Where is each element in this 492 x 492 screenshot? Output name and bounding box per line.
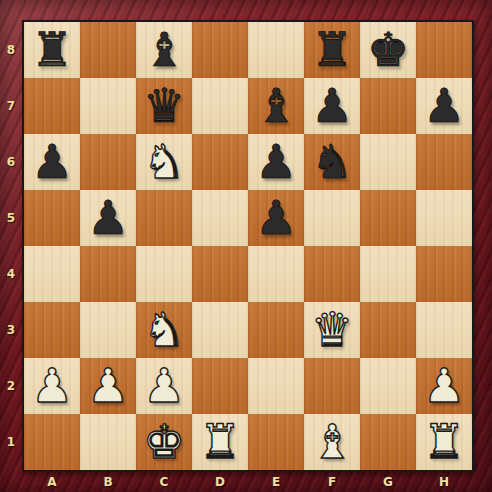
black-pawn[interactable]: ♟	[255, 134, 297, 190]
file-label-e: E	[248, 472, 304, 492]
square-d7[interactable]	[192, 78, 248, 134]
square-g4[interactable]	[360, 246, 416, 302]
black-pawn[interactable]: ♟	[255, 190, 297, 246]
square-b7[interactable]	[80, 78, 136, 134]
square-a7[interactable]	[24, 78, 80, 134]
black-pawn[interactable]: ♟	[423, 78, 465, 134]
white-knight[interactable]: ♞	[143, 302, 185, 358]
square-e8[interactable]	[248, 22, 304, 78]
file-label-b: B	[80, 472, 136, 492]
black-pawn[interactable]: ♟	[87, 190, 129, 246]
square-c4[interactable]	[136, 246, 192, 302]
square-f3[interactable]: ♛	[304, 302, 360, 358]
rank-label-8: 8	[0, 22, 22, 78]
square-f7[interactable]: ♟	[304, 78, 360, 134]
square-h3[interactable]	[416, 302, 472, 358]
file-labels: ABCDEFGH	[24, 472, 472, 492]
rank-label-5: 5	[0, 190, 22, 246]
rank-label-4: 4	[0, 246, 22, 302]
square-e3[interactable]	[248, 302, 304, 358]
square-f1[interactable]: ♝	[304, 414, 360, 470]
square-c7[interactable]: ♛	[136, 78, 192, 134]
rank-label-7: 7	[0, 78, 22, 134]
square-c5[interactable]	[136, 190, 192, 246]
square-f5[interactable]	[304, 190, 360, 246]
square-d4[interactable]	[192, 246, 248, 302]
square-f8[interactable]: ♜	[304, 22, 360, 78]
file-label-g: G	[360, 472, 416, 492]
white-pawn[interactable]: ♟	[31, 358, 73, 414]
square-f4[interactable]	[304, 246, 360, 302]
chess-board-frame: ♜♝♜♚♛♝♟♟♟♞♟♞♟♟♞♛♟♟♟♟♚♜♝♜ 87654321 ABCDEF…	[0, 0, 492, 492]
square-c3[interactable]: ♞	[136, 302, 192, 358]
square-a5[interactable]	[24, 190, 80, 246]
square-d6[interactable]	[192, 134, 248, 190]
square-a2[interactable]: ♟	[24, 358, 80, 414]
file-label-h: H	[416, 472, 472, 492]
square-d2[interactable]	[192, 358, 248, 414]
black-king[interactable]: ♚	[367, 22, 409, 78]
white-bishop[interactable]: ♝	[311, 414, 353, 470]
black-knight[interactable]: ♞	[311, 134, 353, 190]
square-d8[interactable]	[192, 22, 248, 78]
black-queen[interactable]: ♛	[143, 78, 185, 134]
square-e6[interactable]: ♟	[248, 134, 304, 190]
square-e7[interactable]: ♝	[248, 78, 304, 134]
square-g2[interactable]	[360, 358, 416, 414]
square-h7[interactable]: ♟	[416, 78, 472, 134]
file-label-d: D	[192, 472, 248, 492]
square-a6[interactable]: ♟	[24, 134, 80, 190]
square-h4[interactable]	[416, 246, 472, 302]
white-pawn[interactable]: ♟	[143, 358, 185, 414]
black-pawn[interactable]: ♟	[311, 78, 353, 134]
white-pawn[interactable]: ♟	[87, 358, 129, 414]
square-d3[interactable]	[192, 302, 248, 358]
white-queen[interactable]: ♛	[311, 302, 353, 358]
square-b4[interactable]	[80, 246, 136, 302]
square-a3[interactable]	[24, 302, 80, 358]
square-f6[interactable]: ♞	[304, 134, 360, 190]
file-label-a: A	[24, 472, 80, 492]
white-knight[interactable]: ♞	[143, 134, 185, 190]
black-bishop[interactable]: ♝	[255, 78, 297, 134]
square-g1[interactable]	[360, 414, 416, 470]
square-c1[interactable]: ♚	[136, 414, 192, 470]
chess-board: ♜♝♜♚♛♝♟♟♟♞♟♞♟♟♞♛♟♟♟♟♚♜♝♜	[22, 20, 474, 472]
square-b6[interactable]	[80, 134, 136, 190]
square-b5[interactable]: ♟	[80, 190, 136, 246]
white-king[interactable]: ♚	[143, 414, 185, 470]
square-g8[interactable]: ♚	[360, 22, 416, 78]
file-label-f: F	[304, 472, 360, 492]
white-pawn[interactable]: ♟	[423, 358, 465, 414]
rank-labels: 87654321	[0, 22, 22, 470]
square-e4[interactable]	[248, 246, 304, 302]
square-e1[interactable]	[248, 414, 304, 470]
square-h2[interactable]: ♟	[416, 358, 472, 414]
square-g7[interactable]	[360, 78, 416, 134]
square-h6[interactable]	[416, 134, 472, 190]
square-c6[interactable]: ♞	[136, 134, 192, 190]
square-c8[interactable]: ♝	[136, 22, 192, 78]
square-h1[interactable]: ♜	[416, 414, 472, 470]
square-b1[interactable]	[80, 414, 136, 470]
rank-label-6: 6	[0, 134, 22, 190]
square-g6[interactable]	[360, 134, 416, 190]
black-pawn[interactable]: ♟	[31, 134, 73, 190]
square-e2[interactable]	[248, 358, 304, 414]
square-f2[interactable]	[304, 358, 360, 414]
rank-label-2: 2	[0, 358, 22, 414]
square-h5[interactable]	[416, 190, 472, 246]
square-c2[interactable]: ♟	[136, 358, 192, 414]
square-d1[interactable]: ♜	[192, 414, 248, 470]
white-rook[interactable]: ♜	[423, 414, 465, 470]
file-label-c: C	[136, 472, 192, 492]
square-a4[interactable]	[24, 246, 80, 302]
square-b8[interactable]	[80, 22, 136, 78]
square-h8[interactable]	[416, 22, 472, 78]
black-bishop[interactable]: ♝	[143, 22, 185, 78]
white-rook[interactable]: ♜	[199, 414, 241, 470]
square-g3[interactable]	[360, 302, 416, 358]
square-b3[interactable]	[80, 302, 136, 358]
square-e5[interactable]: ♟	[248, 190, 304, 246]
square-a8[interactable]: ♜	[24, 22, 80, 78]
square-a1[interactable]	[24, 414, 80, 470]
black-rook[interactable]: ♜	[311, 22, 353, 78]
square-d5[interactable]	[192, 190, 248, 246]
square-g5[interactable]	[360, 190, 416, 246]
rank-label-1: 1	[0, 414, 22, 470]
rank-label-3: 3	[0, 302, 22, 358]
square-b2[interactable]: ♟	[80, 358, 136, 414]
black-rook[interactable]: ♜	[31, 22, 73, 78]
